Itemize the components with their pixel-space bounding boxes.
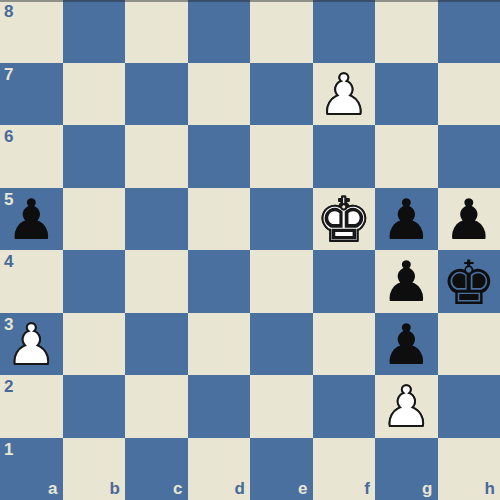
square-b6[interactable] xyxy=(63,125,126,188)
square-e8[interactable] xyxy=(250,0,313,63)
black-pawn[interactable]: ♟ xyxy=(6,192,56,248)
square-c8[interactable] xyxy=(125,0,188,63)
square-b7[interactable] xyxy=(63,63,126,126)
file-label-c: c xyxy=(173,480,182,497)
black-king[interactable]: ♚ xyxy=(441,252,496,313)
square-a7[interactable]: 7 xyxy=(0,63,63,126)
square-a1[interactable]: 1a xyxy=(0,438,63,500)
square-a5[interactable]: 5♟ xyxy=(0,188,63,251)
square-e7[interactable] xyxy=(250,63,313,126)
square-a6[interactable]: 6 xyxy=(0,125,63,188)
square-f7[interactable]: ♟ xyxy=(313,63,376,126)
square-c2[interactable] xyxy=(125,375,188,438)
square-g4[interactable]: ♟ xyxy=(375,250,438,313)
file-label-d: d xyxy=(235,480,245,497)
rank-label-6: 6 xyxy=(4,128,13,145)
white-pawn[interactable]: ♟ xyxy=(381,379,431,435)
rank-label-8: 8 xyxy=(4,3,13,20)
black-pawn[interactable]: ♟ xyxy=(381,317,431,373)
white-pawn[interactable]: ♟ xyxy=(319,67,369,123)
square-f5[interactable]: ♚ xyxy=(313,188,376,251)
square-c1[interactable]: c xyxy=(125,438,188,500)
square-d3[interactable] xyxy=(188,313,251,376)
black-pawn[interactable]: ♟ xyxy=(444,192,494,248)
square-h6[interactable] xyxy=(438,125,500,188)
square-e3[interactable] xyxy=(250,313,313,376)
square-b5[interactable] xyxy=(63,188,126,251)
square-h7[interactable] xyxy=(438,63,500,126)
square-e1[interactable]: e xyxy=(250,438,313,500)
square-b4[interactable] xyxy=(63,250,126,313)
square-d2[interactable] xyxy=(188,375,251,438)
file-label-a: a xyxy=(48,480,57,497)
square-e4[interactable] xyxy=(250,250,313,313)
square-g5[interactable]: ♟ xyxy=(375,188,438,251)
black-pawn[interactable]: ♟ xyxy=(381,254,431,310)
square-h5[interactable]: ♟ xyxy=(438,188,500,251)
square-a4[interactable]: 4 xyxy=(0,250,63,313)
square-g1[interactable]: g xyxy=(375,438,438,500)
square-f1[interactable]: f xyxy=(313,438,376,500)
square-e6[interactable] xyxy=(250,125,313,188)
square-d8[interactable] xyxy=(188,0,251,63)
square-c7[interactable] xyxy=(125,63,188,126)
rank-label-4: 4 xyxy=(4,253,13,270)
square-a3[interactable]: 3♟ xyxy=(0,313,63,376)
square-h8[interactable] xyxy=(438,0,500,63)
square-e5[interactable] xyxy=(250,188,313,251)
square-b1[interactable]: b xyxy=(63,438,126,500)
square-g2[interactable]: ♟ xyxy=(375,375,438,438)
square-f4[interactable] xyxy=(313,250,376,313)
black-pawn[interactable]: ♟ xyxy=(381,192,431,248)
square-c3[interactable] xyxy=(125,313,188,376)
square-a8[interactable]: 8 xyxy=(0,0,63,63)
file-label-f: f xyxy=(364,480,370,497)
square-h2[interactable] xyxy=(438,375,500,438)
square-f2[interactable] xyxy=(313,375,376,438)
square-h4[interactable]: ♚ xyxy=(438,250,500,313)
rank-label-7: 7 xyxy=(4,66,13,83)
rank-label-1: 1 xyxy=(4,441,13,458)
square-b8[interactable] xyxy=(63,0,126,63)
square-e2[interactable] xyxy=(250,375,313,438)
file-label-h: h xyxy=(485,480,495,497)
square-f8[interactable] xyxy=(313,0,376,63)
rank-label-2: 2 xyxy=(4,378,13,395)
square-d7[interactable] xyxy=(188,63,251,126)
square-d4[interactable] xyxy=(188,250,251,313)
square-g6[interactable] xyxy=(375,125,438,188)
square-g8[interactable] xyxy=(375,0,438,63)
square-g3[interactable]: ♟ xyxy=(375,313,438,376)
square-b2[interactable] xyxy=(63,375,126,438)
square-f3[interactable] xyxy=(313,313,376,376)
file-label-e: e xyxy=(298,480,307,497)
square-d1[interactable]: d xyxy=(188,438,251,500)
chess-board: 87♟65♟♚♟♟4♟♚3♟♟2♟1abcdefgh xyxy=(0,0,500,500)
square-b3[interactable] xyxy=(63,313,126,376)
square-h1[interactable]: h xyxy=(438,438,500,500)
file-label-b: b xyxy=(110,480,120,497)
square-f6[interactable] xyxy=(313,125,376,188)
square-g7[interactable] xyxy=(375,63,438,126)
square-d6[interactable] xyxy=(188,125,251,188)
file-label-g: g xyxy=(422,480,432,497)
square-d5[interactable] xyxy=(188,188,251,251)
square-a2[interactable]: 2 xyxy=(0,375,63,438)
square-c5[interactable] xyxy=(125,188,188,251)
white-king[interactable]: ♚ xyxy=(316,189,371,250)
square-h3[interactable] xyxy=(438,313,500,376)
square-c6[interactable] xyxy=(125,125,188,188)
white-pawn[interactable]: ♟ xyxy=(6,317,56,373)
square-c4[interactable] xyxy=(125,250,188,313)
